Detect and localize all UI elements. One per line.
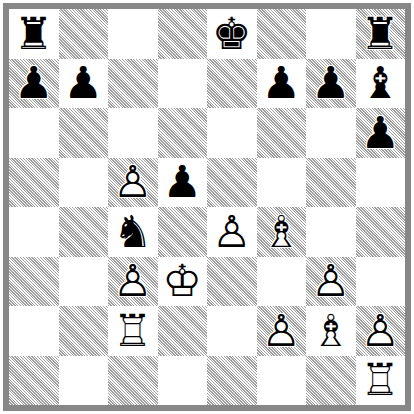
black-pawn: ♟ [158,158,208,208]
square-b4[interactable] [59,207,109,257]
white-king-fill: ♚ [158,257,208,307]
square-e8[interactable]: ♚ [207,9,257,59]
square-b6[interactable] [59,108,109,158]
white-pawn-fill: ♟ [108,158,158,208]
white-pawn: ♙ [108,257,158,307]
square-c6[interactable] [108,108,158,158]
white-pawn: ♙ [108,158,158,208]
square-a2[interactable] [9,306,59,356]
square-g3[interactable]: ♟♙ [306,257,356,307]
square-f6[interactable] [257,108,307,158]
square-f3[interactable] [257,257,307,307]
square-g5[interactable] [306,158,356,208]
square-b7[interactable]: ♟ [59,59,109,109]
white-pawn: ♙ [356,306,406,356]
square-h5[interactable] [356,158,406,208]
square-d4[interactable] [158,207,208,257]
square-a8[interactable]: ♜ [9,9,59,59]
black-pawn: ♟ [356,108,406,158]
square-c3[interactable]: ♟♙ [108,257,158,307]
square-h1[interactable]: ♜♖ [356,356,406,406]
square-f5[interactable] [257,158,307,208]
square-e4[interactable]: ♟♙ [207,207,257,257]
square-c7[interactable] [108,59,158,109]
white-pawn-fill: ♟ [257,306,307,356]
square-g6[interactable] [306,108,356,158]
square-d8[interactable] [158,9,208,59]
black-knight: ♞ [108,207,158,257]
white-bishop-fill: ♝ [257,207,307,257]
square-b2[interactable] [59,306,109,356]
square-e6[interactable] [207,108,257,158]
square-a4[interactable] [9,207,59,257]
square-d6[interactable] [158,108,208,158]
white-bishop: ♗ [306,306,356,356]
square-c8[interactable] [108,9,158,59]
black-bishop: ♝ [356,59,406,109]
white-rook: ♖ [108,306,158,356]
square-f1[interactable] [257,356,307,406]
square-f2[interactable]: ♟♙ [257,306,307,356]
square-d7[interactable] [158,59,208,109]
square-f7[interactable]: ♟ [257,59,307,109]
black-king: ♚ [207,9,257,59]
white-bishop: ♗ [257,207,307,257]
square-h6[interactable]: ♟ [356,108,406,158]
square-g2[interactable]: ♝♗ [306,306,356,356]
black-pawn: ♟ [257,59,307,109]
square-e3[interactable] [207,257,257,307]
square-g8[interactable] [306,9,356,59]
black-pawn: ♟ [306,59,356,109]
square-g4[interactable] [306,207,356,257]
white-pawn: ♙ [207,207,257,257]
square-d3[interactable]: ♚♔ [158,257,208,307]
white-pawn-fill: ♟ [207,207,257,257]
white-pawn: ♙ [306,257,356,307]
square-d2[interactable] [158,306,208,356]
square-h3[interactable] [356,257,406,307]
square-a5[interactable] [9,158,59,208]
white-rook-fill: ♜ [108,306,158,356]
square-e5[interactable] [207,158,257,208]
square-h4[interactable] [356,207,406,257]
square-g7[interactable]: ♟ [306,59,356,109]
square-h8[interactable]: ♜ [356,9,406,59]
chess-diagram: ♜♚♜♟♟♟♟♝♟♟♙♟♞♟♙♝♗♟♙♚♔♟♙♜♖♟♙♝♗♟♙♜♖ [0,0,414,414]
black-pawn: ♟ [59,59,109,109]
chess-board: ♜♚♜♟♟♟♟♝♟♟♙♟♞♟♙♝♗♟♙♚♔♟♙♜♖♟♙♝♗♟♙♜♖ [9,9,405,405]
square-b3[interactable] [59,257,109,307]
square-b8[interactable] [59,9,109,59]
square-a6[interactable] [9,108,59,158]
square-h7[interactable]: ♝ [356,59,406,109]
square-c5[interactable]: ♟♙ [108,158,158,208]
square-d1[interactable] [158,356,208,406]
white-bishop-fill: ♝ [306,306,356,356]
black-pawn: ♟ [9,59,59,109]
square-f4[interactable]: ♝♗ [257,207,307,257]
square-c4[interactable]: ♞ [108,207,158,257]
square-a1[interactable] [9,356,59,406]
white-pawn-fill: ♟ [108,257,158,307]
square-e7[interactable] [207,59,257,109]
white-king: ♔ [158,257,208,307]
white-rook: ♖ [356,356,406,406]
square-g1[interactable] [306,356,356,406]
square-d5[interactable]: ♟ [158,158,208,208]
square-e1[interactable] [207,356,257,406]
square-h2[interactable]: ♟♙ [356,306,406,356]
white-pawn-fill: ♟ [306,257,356,307]
black-rook: ♜ [9,9,59,59]
square-c2[interactable]: ♜♖ [108,306,158,356]
white-pawn: ♙ [257,306,307,356]
square-a7[interactable]: ♟ [9,59,59,109]
white-pawn-fill: ♟ [356,306,406,356]
square-e2[interactable] [207,306,257,356]
square-b1[interactable] [59,356,109,406]
square-a3[interactable] [9,257,59,307]
chess-board-frame: ♜♚♜♟♟♟♟♝♟♟♙♟♞♟♙♝♗♟♙♚♔♟♙♜♖♟♙♝♗♟♙♜♖ [3,3,411,411]
square-c1[interactable] [108,356,158,406]
white-rook-fill: ♜ [356,356,406,406]
square-f8[interactable] [257,9,307,59]
square-b5[interactable] [59,158,109,208]
black-rook: ♜ [356,9,406,59]
